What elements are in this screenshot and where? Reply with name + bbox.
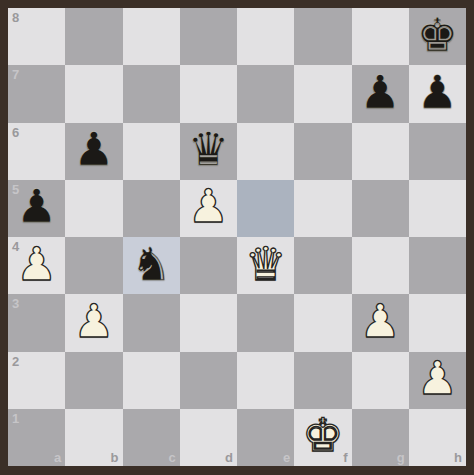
square-d3[interactable]	[180, 294, 237, 351]
rank-label-2: 2	[12, 355, 19, 368]
square-a8[interactable]: 8	[8, 8, 65, 65]
square-b4[interactable]	[65, 237, 122, 294]
chess-board: 8♚7♟♟6♟♛5♟♟4♟♞♛3♟♟2♟1abcdef♚gh	[8, 8, 466, 466]
square-g4[interactable]	[352, 237, 409, 294]
square-a7[interactable]: 7	[8, 65, 65, 122]
square-h7[interactable]: ♟	[409, 65, 466, 122]
square-e4[interactable]: ♛	[237, 237, 294, 294]
square-g6[interactable]	[352, 123, 409, 180]
square-a2[interactable]: 2	[8, 352, 65, 409]
file-label-a: a	[54, 451, 61, 464]
black-pawn-b6[interactable]: ♟	[73, 126, 114, 172]
square-b7[interactable]	[65, 65, 122, 122]
square-e8[interactable]	[237, 8, 294, 65]
white-pawn-d5[interactable]: ♟	[188, 183, 229, 229]
square-h3[interactable]	[409, 294, 466, 351]
square-d6[interactable]: ♛	[180, 123, 237, 180]
square-f5[interactable]	[294, 180, 351, 237]
square-h8[interactable]: ♚	[409, 8, 466, 65]
square-f6[interactable]	[294, 123, 351, 180]
square-c1[interactable]: c	[123, 409, 180, 466]
square-c8[interactable]	[123, 8, 180, 65]
square-d4[interactable]	[180, 237, 237, 294]
square-f4[interactable]	[294, 237, 351, 294]
rank-label-7: 7	[12, 68, 19, 81]
square-b1[interactable]: b	[65, 409, 122, 466]
square-e5[interactable]	[237, 180, 294, 237]
square-g1[interactable]: g	[352, 409, 409, 466]
file-label-g: g	[397, 451, 405, 464]
square-b5[interactable]	[65, 180, 122, 237]
file-label-c: c	[169, 451, 176, 464]
square-c7[interactable]	[123, 65, 180, 122]
square-e7[interactable]	[237, 65, 294, 122]
file-label-f: f	[343, 451, 347, 464]
white-pawn-b3[interactable]: ♟	[73, 298, 114, 344]
square-f1[interactable]: f♚	[294, 409, 351, 466]
square-e2[interactable]	[237, 352, 294, 409]
rank-label-3: 3	[12, 297, 19, 310]
square-h4[interactable]	[409, 237, 466, 294]
square-c5[interactable]	[123, 180, 180, 237]
black-pawn-g7[interactable]: ♟	[360, 69, 401, 115]
rank-label-8: 8	[12, 11, 19, 24]
file-label-d: d	[225, 451, 233, 464]
square-g7[interactable]: ♟	[352, 65, 409, 122]
square-g5[interactable]	[352, 180, 409, 237]
black-pawn-h7[interactable]: ♟	[417, 69, 458, 115]
square-e1[interactable]: e	[237, 409, 294, 466]
square-d5[interactable]: ♟	[180, 180, 237, 237]
square-d1[interactable]: d	[180, 409, 237, 466]
square-f3[interactable]	[294, 294, 351, 351]
square-e3[interactable]	[237, 294, 294, 351]
square-d2[interactable]	[180, 352, 237, 409]
square-d7[interactable]	[180, 65, 237, 122]
square-f2[interactable]	[294, 352, 351, 409]
black-king-h8[interactable]: ♚	[417, 12, 458, 58]
square-a5[interactable]: 5♟	[8, 180, 65, 237]
white-pawn-h2[interactable]: ♟	[417, 355, 458, 401]
file-label-e: e	[283, 451, 290, 464]
square-b8[interactable]	[65, 8, 122, 65]
square-a4[interactable]: 4♟	[8, 237, 65, 294]
white-pawn-a4[interactable]: ♟	[16, 241, 57, 287]
square-e6[interactable]	[237, 123, 294, 180]
square-c6[interactable]	[123, 123, 180, 180]
black-knight-c4[interactable]: ♞	[131, 241, 172, 287]
square-f7[interactable]	[294, 65, 351, 122]
white-pawn-g3[interactable]: ♟	[360, 298, 401, 344]
rank-label-6: 6	[12, 126, 19, 139]
square-a3[interactable]: 3	[8, 294, 65, 351]
square-g2[interactable]	[352, 352, 409, 409]
square-g3[interactable]: ♟	[352, 294, 409, 351]
square-b6[interactable]: ♟	[65, 123, 122, 180]
square-f8[interactable]	[294, 8, 351, 65]
square-d8[interactable]	[180, 8, 237, 65]
square-c4[interactable]: ♞	[123, 237, 180, 294]
file-label-h: h	[454, 451, 462, 464]
square-g8[interactable]	[352, 8, 409, 65]
square-h1[interactable]: h	[409, 409, 466, 466]
square-h2[interactable]: ♟	[409, 352, 466, 409]
square-h5[interactable]	[409, 180, 466, 237]
black-queen-d6[interactable]: ♛	[188, 126, 229, 172]
square-b2[interactable]	[65, 352, 122, 409]
rank-label-1: 1	[12, 412, 19, 425]
square-a1[interactable]: 1a	[8, 409, 65, 466]
square-c2[interactable]	[123, 352, 180, 409]
square-a6[interactable]: 6	[8, 123, 65, 180]
board-frame: 8♚7♟♟6♟♛5♟♟4♟♞♛3♟♟2♟1abcdef♚gh	[0, 0, 474, 475]
square-h6[interactable]	[409, 123, 466, 180]
square-b3[interactable]: ♟	[65, 294, 122, 351]
file-label-b: b	[111, 451, 119, 464]
white-king-f1[interactable]: ♚	[302, 412, 343, 458]
white-queen-e4[interactable]: ♛	[245, 241, 286, 287]
black-pawn-a5[interactable]: ♟	[16, 183, 57, 229]
square-c3[interactable]	[123, 294, 180, 351]
